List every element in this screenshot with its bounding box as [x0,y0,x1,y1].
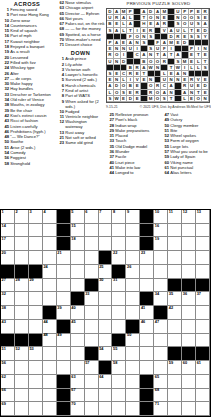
cell-number: 31 [113,278,117,282]
grid-cell[interactable] [112,224,126,238]
grid-cell[interactable] [15,402,29,416]
down-clue-list-col4: 47Vast49Outcry50Clergy member51Bite52Whe… [161,113,211,177]
cell-number: 19 [155,237,159,241]
grid-cell[interactable]: 51 [1,347,15,361]
cell-number: 65 [155,375,159,379]
block-cell [141,96,148,102]
grid-cell[interactable] [99,237,113,251]
grid-cell[interactable]: 13 [196,210,210,224]
grid-cell[interactable] [168,320,182,334]
block-cell [175,96,182,102]
grid-cell[interactable]: 3 [29,210,43,224]
grid-cell[interactable] [112,389,126,403]
grid-cell[interactable] [85,237,99,251]
grid-cell[interactable] [196,402,210,416]
cell-number: 1 [2,210,4,214]
cell-number: 26 [127,265,131,269]
clue-text: Dessert choice [65,43,105,48]
clue-item: 71Dessert choice [56,43,105,48]
grid-cell[interactable] [29,361,43,375]
grid-cell[interactable] [85,389,99,403]
grid-cell[interactable]: 71 [154,402,168,416]
cell-number: 29 [29,278,33,282]
grid-cell[interactable] [15,389,29,403]
cell-number: 51 [2,347,6,351]
grid-cell[interactable]: 57 [85,361,99,375]
clue-text: Same old grind [65,141,105,146]
grid-cell[interactable]: 30 [99,279,113,293]
grid-cell[interactable]: 45 [71,320,85,334]
cell-number: 21 [57,251,61,255]
grid-cell[interactable] [168,251,182,265]
clue-text: Washington waterway [65,120,105,130]
grid-cell[interactable] [126,306,140,320]
grid-cell[interactable] [15,375,29,389]
grid-cell[interactable] [168,402,182,416]
grid-cell[interactable]: 1 [1,210,15,224]
grid-cell[interactable]: 36 [182,292,196,306]
grid-cell[interactable]: 7 [99,210,113,224]
grid-cell[interactable]: 58 [112,361,126,375]
grid-cell[interactable] [154,334,168,348]
grid-cell[interactable] [168,375,182,389]
grid-cell[interactable]: 40 [71,306,85,320]
grid-cell[interactable] [99,402,113,416]
grid-cell[interactable] [43,237,57,251]
grid-cell[interactable] [71,265,85,279]
grid-cell: S [107,96,114,102]
clue-text: Longed to [115,171,156,176]
block-cell [182,347,196,361]
clue-number: 44 [106,171,115,176]
grid-cell[interactable] [196,265,210,279]
grid-cell[interactable]: 64 [99,375,113,389]
grid-cell: M [148,96,155,102]
down-clue-list: 1Arab prince2Lily-white3Victorian oath4L… [56,57,105,146]
grid-cell[interactable] [140,279,154,293]
cell-number: 64 [99,375,103,379]
cell-number: 45 [71,320,75,324]
grid-cell[interactable] [99,224,113,238]
previous-puzzle-caption: 9-15-21 © 2021 UFS, Dist. by Andrews McM… [106,105,211,110]
clue-item: 23Same old grind [56,141,105,146]
cell-number: 40 [71,306,75,310]
grid-cell[interactable] [29,402,43,416]
grid-cell[interactable]: 59 [168,361,182,375]
grid-cell[interactable] [196,320,210,334]
clue-number: 9 [56,100,65,110]
grid-cell[interactable] [154,361,168,375]
block-cell [99,251,113,265]
down-clue-list-col3: 25Reflexive pronoun27Poet's black28India… [106,113,156,177]
grid-cell[interactable] [112,320,126,334]
grid-cell[interactable] [85,251,99,265]
grid-cell[interactable] [71,347,85,361]
cell-number: 28 [16,278,20,282]
grid-cell: N [202,96,209,102]
clue-item: 64Alias letters [161,171,211,176]
cell-number: 13 [197,210,201,214]
grid-cell[interactable]: 50 [126,334,140,348]
grid-cell[interactable] [140,334,154,348]
clue-item: 9When asked for (2 wds.) [56,100,105,110]
grid-cell[interactable] [85,402,99,416]
grid-cell[interactable] [196,389,210,403]
grid-cell[interactable] [57,279,71,293]
grid-cell[interactable] [43,402,57,416]
grid-cell[interactable] [196,251,210,265]
cell-number: 20 [2,251,6,255]
clue-number: 12 [56,120,65,130]
grid-cell[interactable] [15,292,29,306]
cell-number: 23 [141,251,145,255]
cell-number: 67 [71,388,75,392]
grid-cell[interactable]: 56 [1,361,15,375]
block-cell [140,224,154,238]
grid-cell[interactable] [99,292,113,306]
cell-number: 2 [16,210,18,214]
cell-number: 59 [169,361,173,365]
grid-cell[interactable]: 33 [85,292,99,306]
grid-cell[interactable] [43,375,57,389]
grid-cell[interactable]: 55 [112,347,126,361]
clue-number: 23 [56,141,65,146]
grid-cell[interactable]: 18 [71,237,85,251]
grid-cell[interactable] [126,251,140,265]
clue-number: 64 [161,171,170,176]
cell-number: 71 [155,402,159,406]
grid-cell[interactable] [29,224,43,238]
cell-number: 54 [99,347,103,351]
grid-cell[interactable] [140,347,154,361]
grid-cell[interactable] [99,389,113,403]
clue-text: Alias letters [170,171,211,176]
grid-cell[interactable] [85,224,99,238]
grid-cell[interactable] [112,375,126,389]
grid-cell[interactable]: 70 [71,402,85,416]
grid-cell[interactable]: 31 [112,279,126,293]
grid-cell[interactable] [168,224,182,238]
block-cell [57,389,71,403]
grid-cell[interactable] [43,292,57,306]
grid-cell[interactable]: 29 [29,279,43,293]
grid-cell[interactable] [126,402,140,416]
grid-cell[interactable] [126,389,140,403]
grid-cell[interactable]: 5 [71,210,85,224]
crossword-grid: 1234567891011121314151617181920212223242… [0,209,211,417]
grid-cell[interactable] [182,306,196,320]
grid-cell[interactable] [43,224,57,238]
cell-number: 17 [2,237,6,241]
grid-cell[interactable] [99,306,113,320]
block-cell [196,347,210,361]
grid-cell[interactable] [168,334,182,348]
across-clue-list-continued: 62Nose stimulus63Chicago airport65Direct… [56,1,105,48]
grid-cell[interactable] [43,361,57,375]
cell-number: 53 [29,347,33,351]
cell-number: 58 [113,361,117,365]
grid-cell[interactable] [29,306,43,320]
grid-cell[interactable] [154,347,168,361]
grid-cell[interactable] [71,361,85,375]
grid-cell[interactable] [99,320,113,334]
cell-number: 39 [57,306,61,310]
grid-cell[interactable]: 37 [196,292,210,306]
grid-cell[interactable]: 20 [1,251,15,265]
grid-cell[interactable] [140,265,154,279]
grid-cell[interactable] [182,237,196,251]
cell-number: 34 [155,292,159,296]
cell-number: 57 [85,361,89,365]
block-cell [99,361,113,375]
cell-number: 38 [2,306,6,310]
grid-cell[interactable] [57,347,71,361]
grid-cell[interactable] [15,306,29,320]
grid-cell[interactable]: 19 [154,237,168,251]
grid-cell: E [134,96,141,102]
grid-cell[interactable]: 23 [140,251,154,265]
cell-number: 69 [2,402,6,406]
grid-cell[interactable]: 2 [15,210,29,224]
previous-puzzle-title: PREVIOUS PUZZLE SOLVED [106,1,211,7]
grid-cell[interactable] [71,251,85,265]
grid-cell[interactable]: 9 [126,210,140,224]
grid-cell[interactable] [182,265,196,279]
grid-cell[interactable]: 41 [140,306,154,320]
grid-cell[interactable] [126,375,140,389]
cell-number: 44 [43,320,47,324]
middle-clues-column: 62Nose stimulus63Chicago airport65Direct… [56,1,105,147]
puzzle-date: 9-15-21 [106,105,118,110]
grid-cell[interactable] [43,389,57,403]
grid-cell[interactable]: 49 [57,334,71,348]
grid-cell: E [189,96,196,102]
cell-number: 50 [127,333,131,337]
grid-cell[interactable] [182,375,196,389]
cell-number: 7 [99,210,101,214]
clue-item: 58Stronghold [1,162,53,167]
grid-cell[interactable]: 11 [168,210,182,224]
grid-cell[interactable] [126,292,140,306]
grid-cell[interactable] [140,361,154,375]
cell-number: 68 [155,388,159,392]
grid-cell[interactable] [29,320,43,334]
grid-cell[interactable]: 61 [196,361,210,375]
clue-text: When asked for (2 wds.) [65,100,105,110]
across-clue-list: 1Fencing sword5Port near Hong Kong10Zorr… [1,8,53,167]
block-cell [43,306,57,320]
grid-cell[interactable] [168,265,182,279]
cell-number: 27 [2,278,6,282]
grid-cell[interactable] [112,292,126,306]
cell-number: 46 [141,320,145,324]
grid-cell[interactable]: 60 [182,361,196,375]
grid-cell[interactable] [29,251,43,265]
grid-cell: O [195,96,202,102]
grid-cell[interactable]: 46 [140,320,154,334]
grid-cell[interactable]: 21 [57,251,71,265]
block-cell [57,224,71,238]
grid-cell[interactable]: 10 [154,210,168,224]
cell-number: 15 [71,224,75,228]
grid-cell[interactable] [196,306,210,320]
grid-cell[interactable]: 38 [1,306,15,320]
grid-cell[interactable] [182,224,196,238]
clue-item: 12Washington waterway [56,120,105,130]
grid-cell: T [168,96,175,102]
grid-cell[interactable] [182,320,196,334]
grid-cell[interactable] [168,389,182,403]
grid-cell[interactable] [196,375,210,389]
grid-cell[interactable]: 28 [15,279,29,293]
grid-cell[interactable] [196,224,210,238]
block-cell [85,347,99,361]
grid-cell[interactable]: 42 [168,306,182,320]
grid-cell[interactable]: 39 [57,306,71,320]
across-clues-column: ACROSS 1Fencing sword5Port near Hong Kon… [1,1,53,167]
cell-number: 56 [2,361,6,365]
cell-number: 43 [2,320,6,324]
grid-cell[interactable] [85,320,99,334]
clue-number: 58 [1,162,10,167]
cell-number: 9 [127,210,129,214]
cell-number: 6 [85,210,87,214]
block-cell [57,210,71,224]
cell-number: 35 [169,292,173,296]
cell-number: 49 [57,333,61,337]
grid-cell[interactable]: 8 [112,210,126,224]
grid-cell[interactable] [29,389,43,403]
grid-cell[interactable]: 43 [1,320,15,334]
grid-cell[interactable]: 12 [182,210,196,224]
cell-number: 36 [183,292,187,296]
block-cell [57,375,71,389]
cell-number: 10 [155,210,159,214]
grid-cell[interactable]: 34 [154,292,168,306]
grid-cell[interactable]: 24 [43,265,57,279]
puzzle-credit: © 2021 UFS, Dist. by Andrews McMeel for … [140,105,211,110]
cell-number: 63 [71,375,75,379]
grid-cell[interactable] [15,237,29,251]
grid-cell[interactable]: 4 [43,210,57,224]
grid-cell[interactable] [85,375,99,389]
previous-puzzle-solved-grid: DAMPADAMUPPERURALTONENOOSEBELAHEARSOUSAS… [106,8,210,103]
grid-cell[interactable] [154,251,168,265]
grid-cell[interactable] [57,361,71,375]
block-cell [140,375,154,389]
grid-cell[interactable] [85,265,99,279]
cell-number: 37 [197,292,201,296]
grid-cell[interactable]: 48 [43,334,57,348]
grid-cell[interactable] [15,251,29,265]
grid-cell[interactable] [15,361,29,375]
grid-cell: S [161,96,168,102]
grid-cell[interactable]: 22 [112,251,126,265]
cell-number: 33 [85,292,89,296]
grid-cell[interactable] [112,402,126,416]
previous-puzzle-block: PREVIOUS PUZZLE SOLVED DAMPADAMUPPERURAL… [106,1,211,177]
cell-number: 18 [71,237,75,241]
cell-number: 52 [16,347,20,351]
grid-cell[interactable]: 26 [126,265,140,279]
crossword-page: ACROSS 1Fencing sword5Port near Hong Kon… [0,0,211,417]
block-cell [154,306,168,320]
grid-cell[interactable] [196,237,210,251]
grid-cell[interactable]: 69 [1,402,15,416]
clue-text: Stronghold [10,162,53,167]
grid-cell[interactable] [71,334,85,348]
grid-cell[interactable] [126,361,140,375]
grid-cell[interactable] [126,224,140,238]
cell-number: 16 [155,224,159,228]
block-cell [140,402,154,416]
cell-number: 22 [113,251,117,255]
grid-cell: O [155,96,162,102]
grid-cell[interactable] [182,334,196,348]
grid-cell[interactable] [43,251,57,265]
cell-number: 70 [71,402,75,406]
grid-cell[interactable] [126,347,140,361]
cell-number: 55 [113,347,117,351]
grid-cell[interactable] [112,306,126,320]
grid-cell[interactable] [126,279,140,293]
down-clues-columns: 25Reflexive pronoun27Poet's black28India… [106,113,211,177]
block-cell [168,347,182,361]
grid-cell[interactable]: 53 [29,347,43,361]
grid-cell[interactable] [126,237,140,251]
grid-cell[interactable] [57,265,71,279]
grid-cell[interactable]: 54 [99,347,113,361]
grid-cell[interactable] [29,375,43,389]
grid-cell[interactable] [71,279,85,293]
grid-cell[interactable] [29,237,43,251]
grid-cell[interactable]: 47 [154,320,168,334]
grid-cell: W [114,96,121,102]
cell-number: 12 [183,210,187,214]
grid-cell: D [127,96,134,102]
grid-cell[interactable] [85,306,99,320]
cell-number: 62 [2,375,6,379]
grid-cell[interactable] [182,251,196,265]
grid-cell[interactable] [196,334,210,348]
grid-cell[interactable] [182,389,196,403]
grid-cell[interactable] [29,292,43,306]
grid-cell[interactable] [85,334,99,348]
grid-cell[interactable] [15,320,29,334]
grid-cell[interactable] [15,224,29,238]
grid-cell[interactable] [182,402,196,416]
cell-number: 11 [169,210,173,214]
cell-number: 25 [99,265,103,269]
cell-number: 66 [2,388,6,392]
cell-number: 24 [43,265,47,269]
cell-number: 8 [113,210,115,214]
cell-number: 61 [197,361,201,365]
grid-cell[interactable] [154,265,168,279]
grid-cell[interactable]: 6 [85,210,99,224]
cell-number: 30 [99,278,103,282]
cell-number: 4 [43,210,45,214]
grid-cell[interactable]: 52 [15,347,29,361]
cell-number: 32 [2,292,6,296]
grid-cell[interactable] [168,237,182,251]
grid-cell[interactable] [43,279,57,293]
cell-number: 14 [2,224,6,228]
cell-number: 60 [183,361,187,365]
grid-cell[interactable] [43,347,57,361]
cell-number: 48 [43,333,47,337]
block-cell [57,402,71,416]
